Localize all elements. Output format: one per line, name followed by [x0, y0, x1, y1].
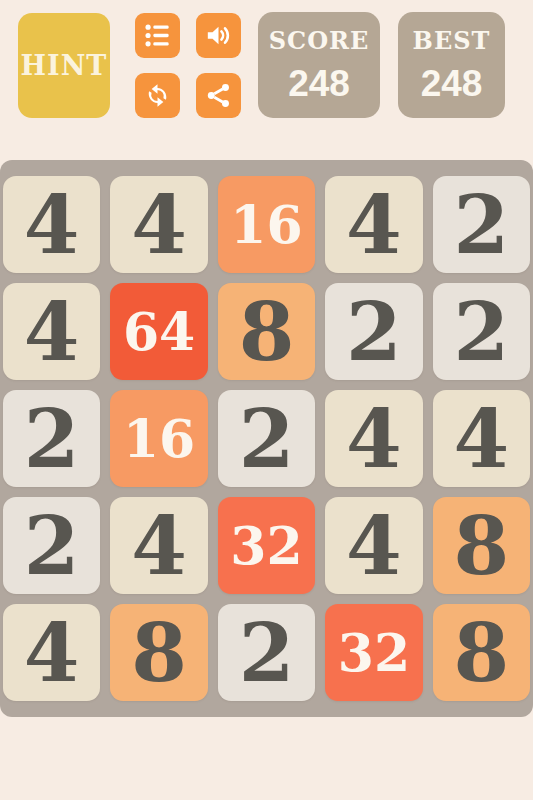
tile-r1c2: 4	[110, 176, 207, 273]
tile-r2c2: 64	[110, 283, 207, 380]
best-label: BEST	[413, 29, 491, 53]
tile-r1c1: 4	[3, 176, 100, 273]
tile-r2c5: 2	[433, 283, 530, 380]
tile-r1c5: 2	[433, 176, 530, 273]
score-box: SCORE 248	[258, 12, 380, 118]
tile-r2c4: 2	[325, 283, 422, 380]
tile-r4c5: 8	[433, 497, 530, 594]
tile-r4c3: 32	[218, 497, 315, 594]
best-value: 248	[421, 65, 483, 102]
tile-r2c3: 8	[218, 283, 315, 380]
tile-r4c1: 2	[3, 497, 100, 594]
game-board[interactable]: 441642464822216244243248482328	[0, 160, 533, 717]
tile-r3c3: 2	[218, 390, 315, 487]
tile-r4c2: 4	[110, 497, 207, 594]
restart-button[interactable]	[135, 73, 180, 118]
tile-r3c1: 2	[3, 390, 100, 487]
menu-button[interactable]	[135, 13, 180, 58]
tile-r3c5: 4	[433, 390, 530, 487]
tile-r2c1: 4	[3, 283, 100, 380]
bullet-list-icon	[144, 22, 171, 49]
speaker-icon	[205, 22, 232, 49]
tile-r5c5: 8	[433, 604, 530, 701]
share-icon	[205, 82, 232, 109]
tile-r5c2: 8	[110, 604, 207, 701]
tile-r5c4: 32	[325, 604, 422, 701]
tile-r3c4: 4	[325, 390, 422, 487]
refresh-icon	[144, 82, 171, 109]
tile-r1c4: 4	[325, 176, 422, 273]
best-box: BEST 248	[398, 12, 505, 118]
hint-button[interactable]: HINT	[18, 13, 110, 118]
tile-r5c1: 4	[3, 604, 100, 701]
tile-r5c3: 2	[218, 604, 315, 701]
score-value: 248	[288, 65, 350, 102]
sound-button[interactable]	[196, 13, 241, 58]
score-label: SCORE	[269, 29, 370, 53]
tile-r3c2: 16	[110, 390, 207, 487]
app-root: HINT	[0, 0, 533, 800]
tile-r1c3: 16	[218, 176, 315, 273]
tile-r4c4: 4	[325, 497, 422, 594]
share-button[interactable]	[196, 73, 241, 118]
